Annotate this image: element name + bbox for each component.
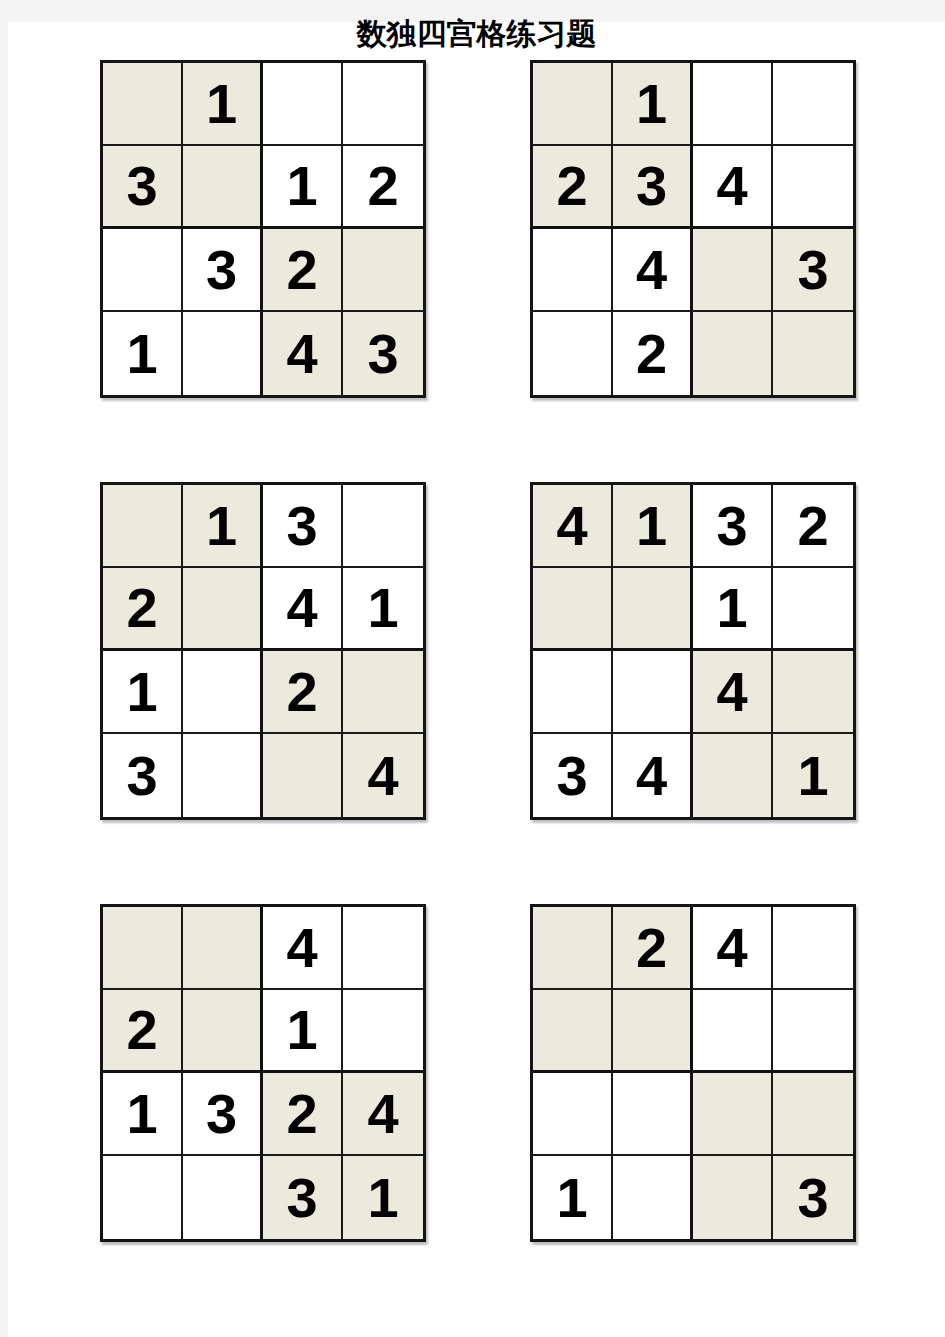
puzzle6-cell-r3c3-empty bbox=[693, 1073, 773, 1156]
puzzle5-cell-r2c1-given: 2 bbox=[103, 990, 183, 1073]
puzzle5-cell-r2c2-empty bbox=[183, 990, 263, 1073]
puzzle5-cell-r4c2-empty bbox=[183, 1156, 263, 1239]
puzzle1-cell-r4c2-empty bbox=[183, 312, 263, 395]
puzzle5-cell-r2c4-empty bbox=[343, 990, 423, 1073]
puzzle5-cell-r3c1-given: 1 bbox=[103, 1073, 183, 1156]
puzzle2-cell-r2c2-given: 3 bbox=[613, 146, 693, 229]
puzzle3-cell-r4c2-empty bbox=[183, 734, 263, 817]
puzzle6-cell-r2c1-empty bbox=[533, 990, 613, 1073]
puzzle4-cell-r2c4-empty bbox=[773, 568, 853, 651]
puzzle1-cell-r3c3-given: 2 bbox=[263, 229, 343, 312]
puzzle1-cell-r2c4-given: 2 bbox=[343, 146, 423, 229]
puzzle2-cell-r1c4-empty bbox=[773, 63, 853, 146]
sudoku-grid-1: 131232143 bbox=[100, 60, 426, 398]
puzzle3-cell-r1c2-given: 1 bbox=[183, 485, 263, 568]
viewer-left-margin bbox=[0, 0, 8, 1337]
puzzle5-cell-r1c2-empty bbox=[183, 907, 263, 990]
puzzle2-cell-r1c1-empty bbox=[533, 63, 613, 146]
puzzle6-cell-r3c1-empty bbox=[533, 1073, 613, 1156]
puzzle6-cell-r2c2-empty bbox=[613, 990, 693, 1073]
puzzle2-cell-r2c1-given: 2 bbox=[533, 146, 613, 229]
puzzle1-cell-r4c3-given: 4 bbox=[263, 312, 343, 395]
puzzle2-cell-r2c3-given: 4 bbox=[693, 146, 773, 229]
puzzle4-cell-r2c2-empty bbox=[613, 568, 693, 651]
puzzle2-cell-r4c3-empty bbox=[693, 312, 773, 395]
puzzle2-cell-r3c4-given: 3 bbox=[773, 229, 853, 312]
puzzle6-cell-r4c2-empty bbox=[613, 1156, 693, 1239]
puzzle1-cell-r3c2-given: 3 bbox=[183, 229, 263, 312]
puzzle6-cell-r4c1-given: 1 bbox=[533, 1156, 613, 1239]
puzzle3-cell-r3c1-given: 1 bbox=[103, 651, 183, 734]
puzzle5-cell-r3c4-given: 4 bbox=[343, 1073, 423, 1156]
puzzle4-cell-r4c3-empty bbox=[693, 734, 773, 817]
puzzle2-cell-r1c3-empty bbox=[693, 63, 773, 146]
puzzle4-cell-r1c1-given: 4 bbox=[533, 485, 613, 568]
puzzle6-cell-r3c2-empty bbox=[613, 1073, 693, 1156]
puzzle2-cell-r2c4-empty bbox=[773, 146, 853, 229]
puzzle4-cell-r4c1-given: 3 bbox=[533, 734, 613, 817]
puzzle1-cell-r1c2-given: 1 bbox=[183, 63, 263, 146]
puzzle6-cell-r1c4-empty bbox=[773, 907, 853, 990]
puzzle6-cell-r2c4-empty bbox=[773, 990, 853, 1073]
puzzle4-cell-r2c3-given: 1 bbox=[693, 568, 773, 651]
puzzle3-cell-r1c4-empty bbox=[343, 485, 423, 568]
sudoku-grid-4: 413214341 bbox=[530, 482, 856, 820]
puzzle2-cell-r4c1-empty bbox=[533, 312, 613, 395]
puzzle1-cell-r4c1-given: 1 bbox=[103, 312, 183, 395]
sudoku-grid-3: 132411234 bbox=[100, 482, 426, 820]
puzzle2-cell-r4c4-empty bbox=[773, 312, 853, 395]
puzzle4-cell-r3c2-empty bbox=[613, 651, 693, 734]
puzzle1-cell-r3c4-empty bbox=[343, 229, 423, 312]
puzzle3-cell-r4c4-given: 4 bbox=[343, 734, 423, 817]
puzzle2-cell-r3c1-empty bbox=[533, 229, 613, 312]
puzzle5-cell-r4c3-given: 3 bbox=[263, 1156, 343, 1239]
puzzle2-cell-r4c2-given: 2 bbox=[613, 312, 693, 395]
puzzle5-cell-r3c2-given: 3 bbox=[183, 1073, 263, 1156]
sudoku-grid-2: 1234432 bbox=[530, 60, 856, 398]
puzzle6-cell-r4c3-empty bbox=[693, 1156, 773, 1239]
puzzle5-cell-r1c1-empty bbox=[103, 907, 183, 990]
puzzle3-cell-r2c4-given: 1 bbox=[343, 568, 423, 651]
puzzle3-cell-r3c3-given: 2 bbox=[263, 651, 343, 734]
puzzle4-cell-r4c4-given: 1 bbox=[773, 734, 853, 817]
puzzle3-cell-r1c1-empty bbox=[103, 485, 183, 568]
puzzle3-cell-r3c2-empty bbox=[183, 651, 263, 734]
puzzle5-cell-r4c4-given: 1 bbox=[343, 1156, 423, 1239]
puzzle5-cell-r1c3-given: 4 bbox=[263, 907, 343, 990]
puzzle5-cell-r3c3-given: 2 bbox=[263, 1073, 343, 1156]
puzzle4-cell-r4c2-given: 4 bbox=[613, 734, 693, 817]
puzzle3-cell-r4c1-given: 3 bbox=[103, 734, 183, 817]
puzzle4-cell-r1c3-given: 3 bbox=[693, 485, 773, 568]
puzzle6-cell-r1c3-given: 4 bbox=[693, 907, 773, 990]
puzzle6-cell-r1c2-given: 2 bbox=[613, 907, 693, 990]
puzzle4-cell-r3c3-given: 4 bbox=[693, 651, 773, 734]
puzzle4-cell-r2c1-empty bbox=[533, 568, 613, 651]
puzzle5-cell-r4c1-empty bbox=[103, 1156, 183, 1239]
puzzle3-cell-r1c3-given: 3 bbox=[263, 485, 343, 568]
puzzle2-cell-r3c2-given: 4 bbox=[613, 229, 693, 312]
puzzle3-cell-r2c1-given: 2 bbox=[103, 568, 183, 651]
puzzle5-cell-r1c4-empty bbox=[343, 907, 423, 990]
sudoku-grid-6: 2413 bbox=[530, 904, 856, 1242]
puzzle2-cell-r3c3-empty bbox=[693, 229, 773, 312]
puzzle4-cell-r3c4-empty bbox=[773, 651, 853, 734]
puzzle2-cell-r1c2-given: 1 bbox=[613, 63, 693, 146]
puzzle6-cell-r4c4-given: 3 bbox=[773, 1156, 853, 1239]
puzzle1-cell-r1c3-empty bbox=[263, 63, 343, 146]
puzzle3-cell-r2c3-given: 4 bbox=[263, 568, 343, 651]
page-title: 数独四宫格练习题 bbox=[8, 17, 945, 51]
worksheet-page: 数独四宫格练习题 1312321431234432132411234413214… bbox=[0, 0, 945, 1337]
puzzle3-cell-r4c3-empty bbox=[263, 734, 343, 817]
puzzle3-cell-r2c2-empty bbox=[183, 568, 263, 651]
puzzle1-cell-r2c2-empty bbox=[183, 146, 263, 229]
puzzle1-cell-r2c3-given: 1 bbox=[263, 146, 343, 229]
puzzle4-cell-r3c1-empty bbox=[533, 651, 613, 734]
puzzle4-cell-r1c2-given: 1 bbox=[613, 485, 693, 568]
sudoku-grid-5: 421132431 bbox=[100, 904, 426, 1242]
puzzle1-cell-r3c1-empty bbox=[103, 229, 183, 312]
puzzle1-cell-r2c1-given: 3 bbox=[103, 146, 183, 229]
puzzle6-cell-r3c4-empty bbox=[773, 1073, 853, 1156]
puzzle1-cell-r1c1-empty bbox=[103, 63, 183, 146]
puzzle1-cell-r1c4-empty bbox=[343, 63, 423, 146]
puzzle5-cell-r2c3-given: 1 bbox=[263, 990, 343, 1073]
puzzle6-cell-r1c1-empty bbox=[533, 907, 613, 990]
puzzle6-cell-r2c3-empty bbox=[693, 990, 773, 1073]
puzzle3-cell-r3c4-empty bbox=[343, 651, 423, 734]
puzzle4-cell-r1c4-given: 2 bbox=[773, 485, 853, 568]
puzzle1-cell-r4c4-given: 3 bbox=[343, 312, 423, 395]
